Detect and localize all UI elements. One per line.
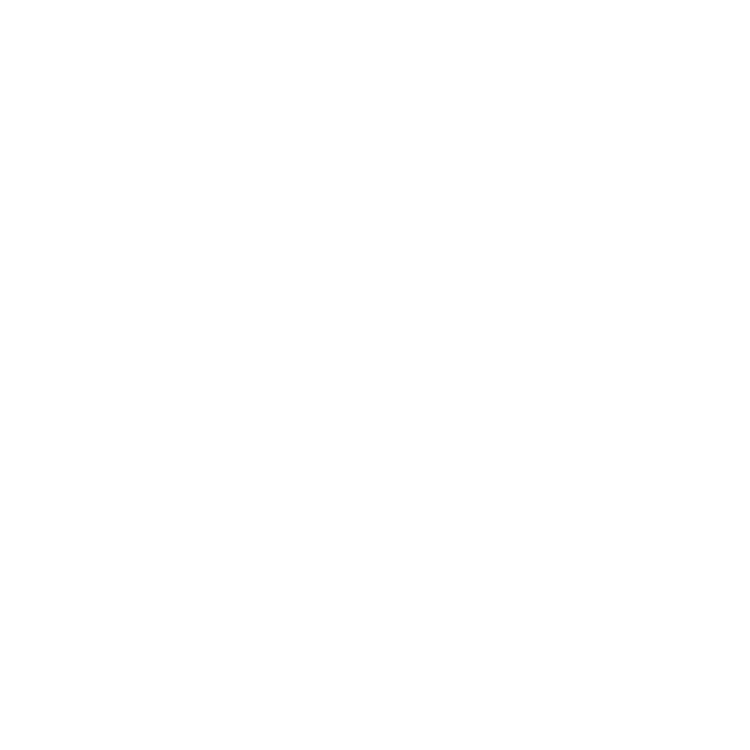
chessboard-photo [0, 0, 750, 750]
product-photo [0, 0, 750, 750]
